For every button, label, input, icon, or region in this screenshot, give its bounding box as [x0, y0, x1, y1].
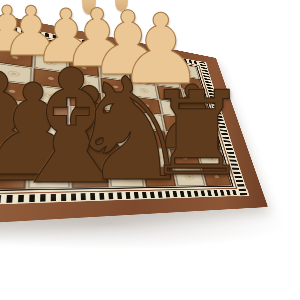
chess-piece-dark-rook[interactable]: ♜ — [139, 76, 255, 192]
pieces-layer: ♟♟♟♟♟♟♟♟♟♝♞♟♜ — [0, 0, 300, 300]
chess-set-product-photo: ♟♟♟♟♟♟♟♟♟♝♞♟♜ — [0, 0, 300, 300]
